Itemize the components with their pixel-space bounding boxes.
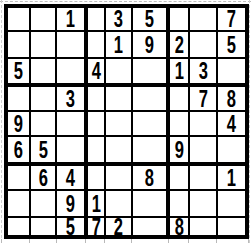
cell-r5c4[interactable]	[88, 112, 106, 137]
gridline-tick	[248, 239, 249, 243]
given-digit: 9	[66, 192, 75, 216]
cell-r2c7[interactable]: 2	[170, 32, 190, 59]
cell-r1c4[interactable]	[88, 8, 106, 32]
cell-r7c1[interactable]	[8, 166, 31, 191]
given-digit: 1	[227, 166, 236, 190]
cell-r6c9[interactable]	[218, 137, 245, 166]
cell-r1c9[interactable]: 7	[218, 8, 245, 32]
cell-r2c2[interactable]	[31, 32, 57, 59]
given-digit: 9	[14, 112, 23, 136]
cell-r8c2[interactable]	[31, 191, 57, 218]
cell-r3c2[interactable]	[31, 59, 57, 87]
cell-r1c3[interactable]: 1	[57, 8, 88, 32]
cell-r5c9[interactable]: 4	[218, 112, 245, 137]
cell-r2c5[interactable]: 1	[106, 32, 133, 59]
spreadsheet-gridline-left	[1, 0, 2, 243]
cell-r7c6[interactable]: 8	[133, 166, 170, 191]
cell-r7c4[interactable]	[88, 166, 106, 191]
cell-r7c3[interactable]: 4	[57, 166, 88, 191]
cell-r6c8[interactable]	[190, 137, 218, 166]
cell-r3c6[interactable]	[133, 59, 170, 87]
given-digit: 6	[38, 166, 47, 190]
given-digit: 1	[174, 59, 183, 83]
cell-r5c5[interactable]	[106, 112, 133, 137]
given-digit: 3	[66, 87, 75, 111]
cell-r7c5[interactable]	[106, 166, 133, 191]
gridline-tick	[188, 239, 189, 243]
cell-r4c8[interactable]: 7	[190, 87, 218, 112]
cell-r3c8[interactable]: 3	[190, 59, 218, 87]
cell-r3c7[interactable]: 1	[170, 59, 190, 87]
given-digit: 4	[66, 166, 75, 190]
given-digit: 8	[174, 215, 183, 239]
cell-r2c9[interactable]: 5	[218, 32, 245, 59]
cell-r1c7[interactable]	[170, 8, 190, 32]
cell-r8c1[interactable]	[8, 191, 31, 218]
cell-r7c2[interactable]: 6	[31, 166, 57, 191]
cell-r8c8[interactable]	[190, 191, 218, 218]
gridline-tick	[1, 239, 2, 243]
gridline-tick	[131, 239, 132, 243]
sudoku-board: 135719255413378946596481915728	[4, 4, 249, 239]
gridline-tick	[168, 239, 169, 243]
cell-r4c2[interactable]	[31, 87, 57, 112]
cell-r9c8[interactable]	[190, 218, 218, 235]
given-digit: 8	[145, 166, 154, 190]
cell-r7c9[interactable]: 1	[218, 166, 245, 191]
cell-r3c5[interactable]	[106, 59, 133, 87]
cell-r1c2[interactable]	[31, 8, 57, 32]
cell-r6c1[interactable]: 6	[8, 137, 31, 166]
given-digit: 5	[38, 138, 47, 162]
cell-r6c5[interactable]	[106, 137, 133, 166]
cell-r6c4[interactable]	[88, 137, 106, 166]
cell-r5c3[interactable]	[57, 112, 88, 137]
cell-r9c7[interactable]: 8	[170, 218, 190, 235]
cell-r2c6[interactable]: 9	[133, 32, 170, 59]
cell-r4c4[interactable]	[88, 87, 106, 112]
cell-r4c5[interactable]	[106, 87, 133, 112]
cell-r6c6[interactable]	[133, 137, 170, 166]
cell-r4c3[interactable]: 3	[57, 87, 88, 112]
cell-r5c1[interactable]: 9	[8, 112, 31, 137]
cell-r2c4[interactable]	[88, 32, 106, 59]
cell-r9c9[interactable]	[218, 218, 245, 235]
given-digit: 4	[227, 112, 236, 136]
given-digit: 7	[91, 215, 100, 239]
gridline-tick	[216, 239, 217, 243]
cell-r2c3[interactable]	[57, 32, 88, 59]
cell-r2c1[interactable]	[8, 32, 31, 59]
cell-r7c8[interactable]	[190, 166, 218, 191]
given-digit: 5	[227, 33, 236, 57]
cell-r9c2[interactable]	[31, 218, 57, 235]
given-digit: 3	[114, 7, 123, 31]
given-digit: 5	[145, 7, 154, 31]
cell-r4c6[interactable]	[133, 87, 170, 112]
given-digit: 1	[91, 192, 100, 216]
given-digit: 2	[174, 33, 183, 57]
given-digit: 9	[145, 33, 154, 57]
cell-r5c7[interactable]	[170, 112, 190, 137]
given-digit: 1	[114, 33, 123, 57]
given-digit: 6	[14, 138, 23, 162]
given-digit: 3	[198, 59, 207, 83]
cell-r9c5[interactable]: 2	[106, 218, 133, 235]
given-digit: 1	[66, 7, 75, 31]
cell-r9c4[interactable]: 7	[88, 218, 106, 235]
cell-r1c8[interactable]	[190, 8, 218, 32]
given-digit: 5	[66, 215, 75, 239]
cell-r1c6[interactable]: 5	[133, 8, 170, 32]
cell-r8c9[interactable]	[218, 191, 245, 218]
given-digit: 9	[174, 138, 183, 162]
given-digit: 5	[14, 59, 23, 83]
cell-r5c2[interactable]	[31, 112, 57, 137]
given-digit: 8	[227, 87, 236, 111]
cell-r4c9[interactable]: 8	[218, 87, 245, 112]
spreadsheet-gridline-right	[249, 0, 250, 243]
given-digit: 2	[114, 215, 123, 239]
cell-r3c4[interactable]: 4	[88, 59, 106, 87]
cell-r8c6[interactable]	[133, 191, 170, 218]
cell-r6c7[interactable]: 9	[170, 137, 190, 166]
cell-r3c1[interactable]: 5	[8, 59, 31, 87]
cell-r9c6[interactable]	[133, 218, 170, 235]
gridline-tick	[85, 239, 86, 243]
cell-r6c3[interactable]	[57, 137, 88, 166]
gridline-tick	[29, 239, 30, 243]
cell-r1c5[interactable]: 3	[106, 8, 133, 32]
cell-r6c2[interactable]: 5	[31, 137, 57, 166]
cell-r3c9[interactable]	[218, 59, 245, 87]
cell-r7c7[interactable]	[170, 166, 190, 191]
spreadsheet-gridline-top	[0, 1, 251, 2]
gridline-tick	[56, 239, 57, 243]
cell-r3c3[interactable]	[57, 59, 88, 87]
cell-r9c3[interactable]: 5	[57, 218, 88, 235]
cell-r5c8[interactable]	[190, 112, 218, 137]
cell-r1c1[interactable]	[8, 8, 31, 32]
cell-r2c8[interactable]	[190, 32, 218, 59]
cell-r9c1[interactable]	[8, 218, 31, 235]
gridline-tick	[104, 239, 105, 243]
cell-r4c7[interactable]	[170, 87, 190, 112]
given-digit: 4	[91, 59, 100, 83]
given-digit: 7	[227, 7, 236, 31]
given-digit: 7	[198, 87, 207, 111]
cell-r4c1[interactable]	[8, 87, 31, 112]
cell-r5c6[interactable]	[133, 112, 170, 137]
